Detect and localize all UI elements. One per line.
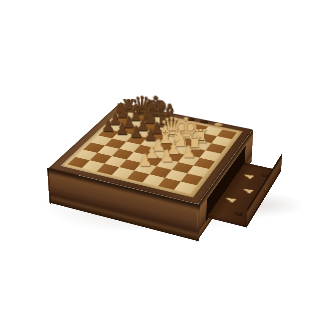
piece-light-p: ♟ bbox=[138, 152, 153, 169]
product-photo-canvas: ♜♛♚♝♞♝♞♜♟♟♟♟♛♚♜♟♟♟♟♝♞♜♟♟♟♟♟♟ ♟♟♟ bbox=[0, 0, 320, 320]
drawer-item-pawn-light: ♟ bbox=[241, 172, 257, 180]
piece-dark-p: ♟ bbox=[129, 124, 143, 140]
piece-dark-p: ♟ bbox=[101, 119, 115, 135]
chess-case-scene: ♜♛♚♝♞♝♞♜♟♟♟♟♛♚♜♟♟♟♟♝♞♜♟♟♟♟♟♟ ♟♟♟ bbox=[0, 0, 320, 320]
drawer-item-pawn-light: ♟ bbox=[240, 186, 256, 195]
piece-dark-p: ♟ bbox=[115, 121, 129, 137]
chess-case-tilt: ♜♛♚♝♞♝♞♜♟♟♟♟♛♚♜♟♟♟♟♝♞♜♟♟♟♟♟♟ ♟♟♟ bbox=[49, 103, 253, 204]
chess-case: ♜♛♚♝♞♝♞♜♟♟♟♟♛♚♜♟♟♟♟♝♞♜♟♟♟♟♟♟ ♟♟♟ bbox=[49, 103, 253, 204]
drawer-front-face bbox=[246, 153, 282, 229]
drawer-knob-icon bbox=[264, 184, 267, 194]
piece-light-p: ♟ bbox=[181, 144, 196, 160]
piece-light-p: ♟ bbox=[160, 148, 175, 165]
